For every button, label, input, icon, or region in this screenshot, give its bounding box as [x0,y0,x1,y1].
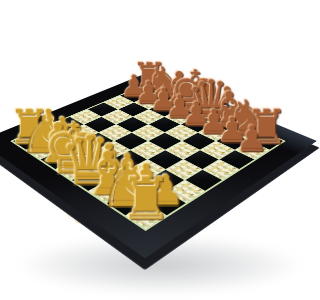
chess-set-photo: ♜♜♞♞♝♝♛♛♚♚♝♝♞♞♜♜♟♟♟♟♟♟♟♟♟♟♟♟♟♟♟♟♟♟♟♟♟♟♟♟… [0,0,300,300]
chess-board: ♜♜♞♞♝♝♛♛♚♚♝♝♞♞♜♜♟♟♟♟♟♟♟♟♟♟♟♟♟♟♟♟♟♟♟♟♟♟♟♟… [0,72,300,259]
pieces-layer: ♜♜♞♞♝♝♛♛♚♚♝♝♞♞♜♜♟♟♟♟♟♟♟♟♟♟♟♟♟♟♟♟♟♟♟♟♟♟♟♟… [0,72,300,259]
rook-icon: ♜ [120,169,173,228]
piece-black-pawn[interactable]: ♟♟ [232,121,273,178]
pawn-icon: ♟ [236,121,268,157]
piece-reflection: ♟ [236,143,268,179]
